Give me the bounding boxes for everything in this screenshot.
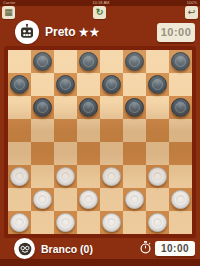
board-cell[interactable] bbox=[31, 50, 54, 73]
board-cell[interactable] bbox=[100, 119, 123, 142]
board-cell[interactable] bbox=[100, 73, 123, 96]
board-cell[interactable] bbox=[100, 142, 123, 165]
board-cell[interactable] bbox=[146, 211, 169, 234]
undo-button[interactable]: ↩ bbox=[185, 6, 198, 19]
board-cell[interactable] bbox=[8, 50, 31, 73]
stopwatch-icon bbox=[140, 240, 151, 258]
board-cell[interactable] bbox=[8, 165, 31, 188]
carrier-label: Carrier bbox=[3, 1, 15, 5]
piece-dark[interactable] bbox=[148, 75, 167, 94]
piece-dark[interactable] bbox=[125, 98, 144, 117]
checkers-board bbox=[4, 46, 196, 238]
piece-light[interactable] bbox=[56, 167, 75, 186]
board-cell[interactable] bbox=[54, 211, 77, 234]
person-icon bbox=[17, 241, 33, 257]
board-cell[interactable] bbox=[100, 96, 123, 119]
menu-icon: ▦ bbox=[4, 8, 13, 17]
board-cell[interactable] bbox=[54, 142, 77, 165]
board-cell[interactable] bbox=[169, 119, 192, 142]
piece-dark[interactable] bbox=[56, 75, 75, 94]
board-cell[interactable] bbox=[100, 165, 123, 188]
board-cell[interactable] bbox=[123, 142, 146, 165]
board-cell[interactable] bbox=[31, 211, 54, 234]
board-cell[interactable] bbox=[169, 73, 192, 96]
board-cell[interactable] bbox=[123, 165, 146, 188]
board-cell[interactable] bbox=[146, 73, 169, 96]
board-cell[interactable] bbox=[77, 119, 100, 142]
robot-avatar bbox=[15, 20, 39, 44]
piece-dark[interactable] bbox=[33, 52, 52, 71]
top-player-name: Preto★★ bbox=[45, 25, 100, 39]
board-cell[interactable] bbox=[123, 119, 146, 142]
board-cell[interactable] bbox=[146, 119, 169, 142]
board-cell[interactable] bbox=[54, 119, 77, 142]
bottom-strip bbox=[0, 259, 200, 266]
board-cell[interactable] bbox=[77, 96, 100, 119]
board-cell[interactable] bbox=[77, 73, 100, 96]
board-cell[interactable] bbox=[123, 50, 146, 73]
board-cell[interactable] bbox=[146, 165, 169, 188]
restart-icon: ↻ bbox=[96, 8, 104, 17]
piece-dark[interactable] bbox=[125, 52, 144, 71]
board-cell[interactable] bbox=[123, 188, 146, 211]
bottom-player-clock: 10:00 bbox=[155, 241, 195, 256]
app-screen: Carrier 10:18 AM 100% ▦ ↻ ↩ Preto★★ 10 bbox=[0, 0, 200, 266]
board-cell[interactable] bbox=[100, 211, 123, 234]
bottom-player-name: Branco (0) bbox=[41, 243, 93, 255]
battery-label: 100% bbox=[187, 1, 197, 5]
piece-dark[interactable] bbox=[79, 98, 98, 117]
piece-light[interactable] bbox=[56, 213, 75, 232]
board-cell[interactable] bbox=[77, 165, 100, 188]
board-cell[interactable] bbox=[77, 142, 100, 165]
board-cell[interactable] bbox=[169, 50, 192, 73]
piece-light[interactable] bbox=[148, 213, 167, 232]
board-cell[interactable] bbox=[146, 96, 169, 119]
board-cell[interactable] bbox=[8, 96, 31, 119]
piece-light[interactable] bbox=[148, 167, 167, 186]
board-cell[interactable] bbox=[100, 188, 123, 211]
board-cell[interactable] bbox=[100, 50, 123, 73]
board-cell[interactable] bbox=[31, 188, 54, 211]
board-cell[interactable] bbox=[31, 73, 54, 96]
board-cell[interactable] bbox=[77, 188, 100, 211]
board-cell[interactable] bbox=[54, 165, 77, 188]
bottom-player-row: Branco (0) 10:00 bbox=[14, 238, 195, 259]
robot-icon bbox=[18, 23, 36, 41]
board-cell[interactable] bbox=[31, 142, 54, 165]
status-time: 10:18 AM bbox=[93, 1, 110, 5]
top-player-row: Preto★★ 10:00 bbox=[15, 20, 195, 44]
board-cell[interactable] bbox=[8, 73, 31, 96]
piece-light[interactable] bbox=[33, 190, 52, 209]
menu-button[interactable]: ▦ bbox=[2, 6, 15, 19]
board-cell[interactable] bbox=[123, 211, 146, 234]
board-cell[interactable] bbox=[8, 211, 31, 234]
board-cell[interactable] bbox=[123, 96, 146, 119]
piece-dark[interactable] bbox=[171, 98, 190, 117]
board-cell[interactable] bbox=[169, 165, 192, 188]
board-cell[interactable] bbox=[146, 188, 169, 211]
board-cell[interactable] bbox=[77, 211, 100, 234]
piece-light[interactable] bbox=[10, 213, 29, 232]
board-cell[interactable] bbox=[8, 119, 31, 142]
board-cell[interactable] bbox=[169, 211, 192, 234]
board-cell[interactable] bbox=[8, 188, 31, 211]
piece-dark[interactable] bbox=[102, 75, 121, 94]
board-cell[interactable] bbox=[31, 119, 54, 142]
board-cell[interactable] bbox=[54, 73, 77, 96]
piece-light[interactable] bbox=[125, 190, 144, 209]
board-cell[interactable] bbox=[146, 142, 169, 165]
top-player-clock: 10:00 bbox=[157, 23, 195, 42]
board-cell[interactable] bbox=[31, 96, 54, 119]
piece-dark[interactable] bbox=[171, 52, 190, 71]
board-grid bbox=[8, 50, 192, 234]
board-cell[interactable] bbox=[8, 142, 31, 165]
human-avatar bbox=[14, 238, 35, 259]
piece-dark[interactable] bbox=[10, 75, 29, 94]
board-cell[interactable] bbox=[146, 50, 169, 73]
piece-light[interactable] bbox=[102, 167, 121, 186]
board-cell[interactable] bbox=[123, 73, 146, 96]
piece-dark[interactable] bbox=[79, 52, 98, 71]
board-cell[interactable] bbox=[54, 188, 77, 211]
board-cell[interactable] bbox=[54, 96, 77, 119]
piece-dark[interactable] bbox=[33, 98, 52, 117]
difficulty-stars: ★★ bbox=[79, 26, 101, 38]
board-cell[interactable] bbox=[77, 50, 100, 73]
piece-light[interactable] bbox=[10, 167, 29, 186]
board-cell[interactable] bbox=[31, 165, 54, 188]
piece-light[interactable] bbox=[102, 213, 121, 232]
restart-button[interactable]: ↻ bbox=[93, 6, 106, 19]
board-cell[interactable] bbox=[169, 96, 192, 119]
board-cell[interactable] bbox=[169, 142, 192, 165]
board-cell[interactable] bbox=[54, 50, 77, 73]
undo-icon: ↩ bbox=[188, 8, 196, 17]
piece-light[interactable] bbox=[79, 190, 98, 209]
board-cell[interactable] bbox=[169, 188, 192, 211]
piece-light[interactable] bbox=[171, 190, 190, 209]
